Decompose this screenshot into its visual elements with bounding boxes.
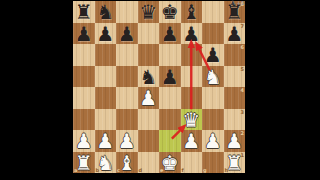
square-d3[interactable] [138,109,160,131]
square-d5[interactable]: ♞ [138,66,160,88]
square-e8[interactable]: ♚ [159,1,181,23]
square-f1[interactable]: f [181,152,203,174]
square-g7[interactable] [202,23,224,45]
white-queen[interactable]: ♛ [181,109,203,131]
black-rook[interactable]: ♜ [73,1,95,23]
square-c5[interactable] [116,66,138,88]
square-g3[interactable] [202,109,224,131]
black-knight[interactable]: ♞ [138,66,160,88]
black-king[interactable]: ♚ [159,1,181,23]
rank-label: 2 [241,130,244,136]
rank-label: 4 [241,87,244,93]
black-queen[interactable]: ♛ [138,1,160,23]
square-a7[interactable]: ♟ [73,23,95,45]
white-pawn[interactable]: ♟ [116,130,138,152]
material-advantage-value: +1 [236,0,244,6]
square-e6[interactable] [159,44,181,66]
square-e5[interactable]: ♟ [159,66,181,88]
rank-label: 7 [241,23,244,29]
square-g4[interactable] [202,87,224,109]
square-b1[interactable]: ♞b [95,152,117,174]
black-pawn[interactable]: ♟ [95,23,117,45]
rank-label: 5 [241,66,244,72]
square-c1[interactable]: ♝c [116,152,138,174]
square-d4[interactable]: ♟ [138,87,160,109]
square-h3[interactable]: 3 [224,109,246,131]
square-f4[interactable] [181,87,203,109]
black-bishop[interactable]: ♝ [181,1,203,23]
square-e3[interactable] [159,109,181,131]
square-e2[interactable] [159,130,181,152]
square-c6[interactable] [116,44,138,66]
square-d1[interactable]: d [138,152,160,174]
black-knight[interactable]: ♞ [95,1,117,23]
square-h2[interactable]: ♟2 [224,130,246,152]
square-c4[interactable] [116,87,138,109]
square-f2[interactable]: ♟ [181,130,203,152]
square-f7[interactable]: ♟ [181,23,203,45]
white-pawn[interactable]: ♟ [202,130,224,152]
square-h4[interactable]: 4 [224,87,246,109]
square-g1[interactable]: g [202,152,224,174]
square-g5[interactable]: ♞ [202,66,224,88]
square-h7[interactable]: ♟7 [224,23,246,45]
square-f6[interactable] [181,44,203,66]
black-pawn[interactable]: ♟ [159,66,181,88]
square-d6[interactable] [138,44,160,66]
white-pawn[interactable]: ♟ [181,130,203,152]
square-h5[interactable]: 5 [224,66,246,88]
square-b4[interactable] [95,87,117,109]
square-b5[interactable] [95,66,117,88]
rank-label: 1 [241,152,244,158]
square-d8[interactable]: ♛ [138,1,160,23]
square-f8[interactable]: ♝ [181,1,203,23]
black-pawn[interactable]: ♟ [116,23,138,45]
square-d2[interactable] [138,130,160,152]
square-c2[interactable]: ♟ [116,130,138,152]
square-a5[interactable] [73,66,95,88]
square-a3[interactable] [73,109,95,131]
square-h1[interactable]: ♜1h [224,152,246,174]
square-a6[interactable] [73,44,95,66]
square-h6[interactable]: 6 [224,44,246,66]
square-b7[interactable]: ♟ [95,23,117,45]
letterbox-left [0,0,73,180]
black-pawn-icon: ♟ [230,0,235,6]
white-pawn[interactable]: ♟ [95,130,117,152]
square-e1[interactable]: ♚e [159,152,181,174]
letterbox-right [245,0,320,180]
square-f3[interactable]: ♛ [181,109,203,131]
square-a1[interactable]: ♜a [73,152,95,174]
square-b8[interactable]: ♞ [95,1,117,23]
black-pawn[interactable]: ♟ [73,23,95,45]
square-g6[interactable]: ♟ [202,44,224,66]
white-knight[interactable]: ♞ [202,66,224,88]
square-b2[interactable]: ♟ [95,130,117,152]
square-f5[interactable] [181,66,203,88]
material-advantage-badge: ♟ +1 [230,0,245,6]
square-a8[interactable]: ♜ [73,1,95,23]
rank-label: 6 [241,44,244,50]
square-e7[interactable]: ♟ [159,23,181,45]
chess-board: ♜♞♛♚♝♜8♟♟♟♟♟♟7♟6♞♟♞5♟4♛3♟♟♟♟♟♟2♜a♞b♝cd♚e… [73,1,245,173]
black-pawn[interactable]: ♟ [159,23,181,45]
square-c3[interactable] [116,109,138,131]
square-c8[interactable] [116,1,138,23]
square-d7[interactable] [138,23,160,45]
square-a4[interactable] [73,87,95,109]
square-e4[interactable] [159,87,181,109]
letterbox-bottom [0,173,320,180]
white-pawn[interactable]: ♟ [138,87,160,109]
square-g2[interactable]: ♟ [202,130,224,152]
white-pawn[interactable]: ♟ [73,130,95,152]
black-pawn[interactable]: ♟ [181,23,203,45]
square-b6[interactable] [95,44,117,66]
square-b3[interactable] [95,109,117,131]
square-g8[interactable] [202,1,224,23]
rank-label: 3 [241,109,244,115]
square-c7[interactable]: ♟ [116,23,138,45]
black-pawn[interactable]: ♟ [202,44,224,66]
video-frame: ♜♞♛♚♝♜8♟♟♟♟♟♟7♟6♞♟♞5♟4♛3♟♟♟♟♟♟2♜a♞b♝cd♚e… [0,0,320,180]
square-a2[interactable]: ♟ [73,130,95,152]
